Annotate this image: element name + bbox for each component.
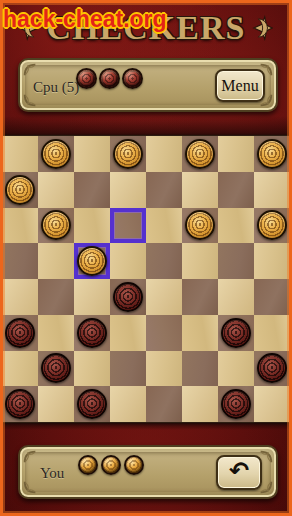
red-piece[interactable] [41, 353, 71, 383]
captured-red-piece [76, 68, 97, 89]
square-r2c2[interactable] [74, 208, 110, 244]
red-piece[interactable] [77, 318, 107, 348]
square-r2c6[interactable] [218, 208, 254, 244]
board-bottom-shadow [0, 422, 292, 430]
cpu-player-panel: Cpu (5) Menu [18, 58, 278, 112]
square-r4c4[interactable] [146, 279, 182, 315]
panel-corner-flourish-icon [22, 62, 38, 78]
gold-piece[interactable] [257, 139, 287, 169]
square-r5c6[interactable] [218, 315, 254, 351]
square-r0c4[interactable] [146, 136, 182, 172]
menu-button-label: Menu [221, 77, 258, 95]
checkers-app-screen: hack-cheat.org CHECKERS Cpu (5) Menu [0, 0, 292, 516]
board-top-shadow [0, 116, 292, 136]
square-r7c2[interactable] [74, 386, 110, 422]
square-r1c5[interactable] [182, 172, 218, 208]
captured-red-piece [99, 68, 120, 89]
square-r6c6[interactable] [218, 351, 254, 387]
square-r3c4[interactable] [146, 243, 182, 279]
square-r0c0[interactable] [2, 136, 38, 172]
red-piece[interactable] [221, 318, 251, 348]
square-r5c2[interactable] [74, 315, 110, 351]
gold-piece[interactable] [77, 246, 107, 276]
square-r3c1[interactable] [38, 243, 74, 279]
square-r2c1[interactable] [38, 208, 74, 244]
cpu-player-label: Cpu (5) [33, 79, 79, 96]
square-r3c0[interactable] [2, 243, 38, 279]
square-r6c4[interactable] [146, 351, 182, 387]
square-r6c5[interactable] [182, 351, 218, 387]
square-r3c3[interactable] [110, 243, 146, 279]
square-r3c6[interactable] [218, 243, 254, 279]
square-r6c0[interactable] [2, 351, 38, 387]
red-piece[interactable] [113, 282, 143, 312]
square-r0c1[interactable] [38, 136, 74, 172]
square-r7c5[interactable] [182, 386, 218, 422]
square-r3c5[interactable] [182, 243, 218, 279]
you-captured-pieces-tray [78, 455, 147, 475]
square-r5c4[interactable] [146, 315, 182, 351]
gold-piece[interactable] [41, 210, 71, 240]
panel-corner-flourish-icon [22, 479, 38, 495]
square-r1c0[interactable] [2, 172, 38, 208]
square-r7c7[interactable] [254, 386, 290, 422]
square-r1c2[interactable] [74, 172, 110, 208]
gold-piece[interactable] [5, 175, 35, 205]
square-r1c4[interactable] [146, 172, 182, 208]
square-r2c4[interactable] [146, 208, 182, 244]
square-r2c3[interactable] [110, 208, 146, 244]
square-r2c0[interactable] [2, 208, 38, 244]
square-r7c3[interactable] [110, 386, 146, 422]
square-r4c7[interactable] [254, 279, 290, 315]
gold-piece[interactable] [257, 210, 287, 240]
red-piece[interactable] [5, 389, 35, 419]
undo-arrow-icon: ↶ [229, 459, 249, 483]
captured-gold-piece [101, 455, 121, 475]
square-r0c5[interactable] [182, 136, 218, 172]
square-r4c0[interactable] [2, 279, 38, 315]
square-r5c5[interactable] [182, 315, 218, 351]
title-ornament-right-icon [251, 14, 273, 42]
watermark-text: hack-cheat.org [3, 6, 167, 33]
you-player-panel: You ↶ [18, 445, 278, 499]
red-piece[interactable] [5, 318, 35, 348]
gold-piece[interactable] [185, 210, 215, 240]
square-r3c2[interactable] [74, 243, 110, 279]
red-piece[interactable] [257, 353, 287, 383]
square-r2c7[interactable] [254, 208, 290, 244]
square-r6c3[interactable] [110, 351, 146, 387]
square-r4c6[interactable] [218, 279, 254, 315]
square-r2c5[interactable] [182, 208, 218, 244]
square-r4c3[interactable] [110, 279, 146, 315]
square-r3c7[interactable] [254, 243, 290, 279]
square-r1c1[interactable] [38, 172, 74, 208]
square-r6c7[interactable] [254, 351, 290, 387]
panel-corner-flourish-icon [22, 449, 38, 465]
square-r5c0[interactable] [2, 315, 38, 351]
square-r0c3[interactable] [110, 136, 146, 172]
captured-red-piece [122, 68, 143, 89]
square-r4c1[interactable] [38, 279, 74, 315]
square-r6c1[interactable] [38, 351, 74, 387]
you-player-label: You [40, 465, 64, 482]
square-r1c6[interactable] [218, 172, 254, 208]
square-r1c3[interactable] [110, 172, 146, 208]
red-piece[interactable] [77, 389, 107, 419]
red-piece[interactable] [221, 389, 251, 419]
square-r7c1[interactable] [38, 386, 74, 422]
square-r0c7[interactable] [254, 136, 290, 172]
gold-piece[interactable] [41, 139, 71, 169]
square-r5c7[interactable] [254, 315, 290, 351]
square-r7c4[interactable] [146, 386, 182, 422]
square-r4c2[interactable] [74, 279, 110, 315]
board [2, 136, 290, 422]
square-r5c1[interactable] [38, 315, 74, 351]
square-r0c6[interactable] [218, 136, 254, 172]
square-r1c7[interactable] [254, 172, 290, 208]
captured-gold-piece [78, 455, 98, 475]
square-r7c0[interactable] [2, 386, 38, 422]
undo-button[interactable]: ↶ [216, 455, 262, 490]
square-r5c3[interactable] [110, 315, 146, 351]
captured-gold-piece [124, 455, 144, 475]
cpu-captured-pieces-tray [76, 68, 145, 89]
square-r6c2[interactable] [74, 351, 110, 387]
menu-button[interactable]: Menu [215, 69, 265, 102]
gold-piece[interactable] [113, 139, 143, 169]
gold-piece[interactable] [185, 139, 215, 169]
square-r4c5[interactable] [182, 279, 218, 315]
square-r0c2[interactable] [74, 136, 110, 172]
square-r7c6[interactable] [218, 386, 254, 422]
